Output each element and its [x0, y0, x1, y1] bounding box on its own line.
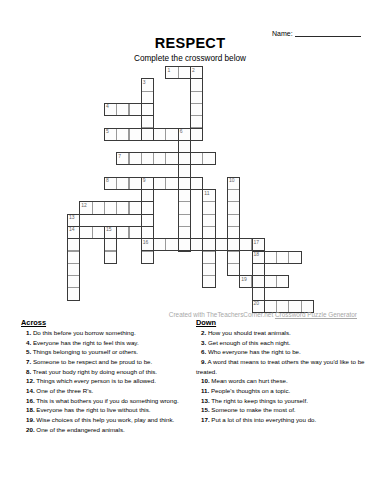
- clue-number: 1: [167, 68, 170, 73]
- grid-cell[interactable]: [202, 263, 215, 276]
- crossword-grid: 1234567891011121314151617181920: [67, 66, 314, 313]
- grid-cell[interactable]: [288, 251, 301, 264]
- grid-cell[interactable]: 18: [252, 251, 265, 264]
- grid-cell[interactable]: [67, 251, 80, 264]
- down-clue: 13. The right to keep things to yourself…: [196, 396, 379, 406]
- page-subtitle: Complete the crossword below: [67, 54, 313, 63]
- grid-cell[interactable]: [276, 275, 289, 288]
- grid-cell[interactable]: [178, 152, 191, 165]
- clue-number: 12: [81, 203, 87, 208]
- grid-cell[interactable]: [153, 152, 166, 165]
- grid-cell[interactable]: 5: [104, 128, 117, 141]
- clue-number: 2: [192, 68, 195, 73]
- grid-cell[interactable]: [141, 115, 154, 128]
- grid-cell[interactable]: [202, 214, 215, 227]
- grid-cell[interactable]: [129, 177, 142, 190]
- grid-cell[interactable]: [190, 115, 203, 128]
- grid-cell[interactable]: [252, 263, 265, 276]
- clue-number: 3: [143, 80, 146, 85]
- down-clue: 6. Who everyone has the right to be.: [196, 347, 379, 357]
- clue-number: 7: [118, 154, 121, 159]
- grid-cell[interactable]: [141, 91, 154, 104]
- grid-cell[interactable]: [153, 128, 166, 141]
- grid-cell[interactable]: [67, 263, 80, 276]
- grid-cell[interactable]: [92, 201, 105, 214]
- across-clue: 7. Someone to be respect and be proud to…: [21, 357, 195, 367]
- grid-cell[interactable]: 4: [104, 103, 117, 116]
- grid-cell[interactable]: [202, 152, 215, 165]
- clue-number: 17: [254, 240, 260, 245]
- grid-cell[interactable]: [178, 226, 191, 239]
- down-clues-section: Down 2. How you should treat animals.3. …: [196, 318, 379, 425]
- grid-cell[interactable]: [190, 103, 203, 116]
- grid-cell[interactable]: [116, 226, 129, 239]
- grid-cell[interactable]: [104, 251, 117, 264]
- clue-number: 6: [180, 129, 183, 134]
- grid-cell[interactable]: [227, 214, 240, 227]
- grid-cell[interactable]: [129, 152, 142, 165]
- grid-cell[interactable]: [67, 238, 80, 251]
- grid-cell[interactable]: [178, 214, 191, 227]
- grid-cell[interactable]: [227, 238, 240, 251]
- grid-cell[interactable]: [178, 238, 191, 251]
- across-clue: 8. Treat your body right by doing enough…: [21, 367, 195, 377]
- grid-cell[interactable]: [178, 201, 191, 214]
- grid-cell[interactable]: [276, 251, 289, 264]
- across-clue: 16. This is what bothers you if you do s…: [21, 396, 195, 406]
- grid-cell[interactable]: [92, 226, 105, 239]
- grid-cell[interactable]: [165, 238, 178, 251]
- grid-cell[interactable]: [202, 251, 215, 264]
- grid-cell[interactable]: [178, 189, 191, 202]
- grid-cell[interactable]: [165, 152, 178, 165]
- across-clue-list: 1. Do this before you borrow something.4…: [21, 328, 195, 434]
- down-clue: 9. A word that means to treat others the…: [196, 357, 379, 376]
- grid-cell[interactable]: [227, 226, 240, 239]
- grid-cell[interactable]: [165, 128, 178, 141]
- grid-cell[interactable]: 11: [202, 189, 215, 202]
- grid-cell[interactable]: [202, 238, 215, 251]
- grid-cell[interactable]: 19: [239, 275, 252, 288]
- grid-cell[interactable]: [190, 78, 203, 91]
- grid-cell[interactable]: [239, 238, 252, 251]
- grid-cell[interactable]: [264, 275, 277, 288]
- grid-cell[interactable]: 2: [190, 66, 203, 79]
- grid-cell[interactable]: [104, 238, 117, 251]
- grid-cell[interactable]: [67, 287, 80, 300]
- grid-cell[interactable]: [252, 287, 265, 300]
- grid-cell[interactable]: [178, 140, 191, 153]
- down-clue: 10. Mean words can hurt these.: [196, 376, 379, 386]
- grid-cell[interactable]: 12: [79, 201, 92, 214]
- across-clue: 18. Everyone has the right to live witho…: [21, 405, 195, 415]
- clue-number: 5: [106, 129, 109, 134]
- attribution: Created with TheTeachersCorner.net Cross…: [0, 311, 357, 318]
- grid-cell[interactable]: [141, 128, 154, 141]
- grid-cell[interactable]: 15: [104, 226, 117, 239]
- clue-number: 20: [254, 301, 260, 306]
- grid-cell[interactable]: 10: [227, 177, 240, 190]
- down-heading: Down: [196, 318, 379, 327]
- clue-number: 18: [254, 252, 260, 257]
- grid-cell[interactable]: [141, 103, 154, 116]
- grid-cell[interactable]: [116, 177, 129, 190]
- across-clue: 1. Do this before you borrow something.: [21, 328, 195, 338]
- grid-cell[interactable]: [190, 91, 203, 104]
- clue-number: 13: [69, 215, 75, 220]
- grid-cell[interactable]: [264, 251, 277, 264]
- across-clue: 12. Things which every person is to be a…: [21, 376, 195, 386]
- grid-cell[interactable]: [67, 275, 80, 288]
- grid-cell[interactable]: 7: [116, 152, 129, 165]
- grid-cell[interactable]: [227, 189, 240, 202]
- clue-number: 10: [229, 178, 235, 183]
- grid-cell[interactable]: 3: [141, 78, 154, 91]
- grid-cell[interactable]: 14: [67, 226, 80, 239]
- grid-cell[interactable]: [141, 251, 154, 264]
- clue-number: 8: [106, 178, 109, 183]
- grid-cell[interactable]: [165, 177, 178, 190]
- clue-number: 16: [143, 240, 149, 245]
- grid-cell[interactable]: [141, 226, 154, 239]
- grid-cell[interactable]: [227, 263, 240, 276]
- grid-cell[interactable]: [202, 275, 215, 288]
- clue-number: 19: [241, 277, 247, 282]
- grid-cell[interactable]: [141, 201, 154, 214]
- grid-cell[interactable]: [153, 238, 166, 251]
- grid-cell[interactable]: [129, 201, 142, 214]
- generator-link[interactable]: Crossword Puzzle Generator: [275, 311, 357, 318]
- grid-cell[interactable]: [190, 238, 203, 251]
- grid-cell[interactable]: [153, 177, 166, 190]
- down-clue-list: 2. How you should treat animals.3. Get e…: [196, 328, 379, 425]
- grid-cell[interactable]: [178, 66, 191, 79]
- clue-number: 15: [106, 227, 112, 232]
- page-title: RESPECT: [67, 35, 313, 51]
- grid-cell[interactable]: 8: [104, 177, 117, 190]
- grid-cell[interactable]: 1: [165, 66, 178, 79]
- grid-cell[interactable]: [129, 128, 142, 141]
- grid-cell[interactable]: 13: [67, 214, 80, 227]
- grid-cell[interactable]: [129, 226, 142, 239]
- grid-cell[interactable]: 9: [141, 177, 154, 190]
- across-clue: 14. One of the three R's.: [21, 386, 195, 396]
- clue-number: 14: [69, 227, 75, 232]
- clue-number: 9: [143, 178, 146, 183]
- attribution-text: Created with TheTeachersCorner.net: [169, 311, 275, 318]
- clue-number: 4: [106, 104, 109, 109]
- grid-cell[interactable]: [215, 238, 228, 251]
- grid-cell[interactable]: [227, 201, 240, 214]
- down-clue: 11. People's thoughts on a topic.: [196, 386, 379, 396]
- grid-cell[interactable]: [178, 177, 191, 190]
- grid-cell[interactable]: [79, 226, 92, 239]
- grid-cell[interactable]: [116, 103, 129, 116]
- grid-cell[interactable]: [190, 128, 203, 141]
- down-clue: 15. Someone to make the most of.: [196, 405, 379, 415]
- grid-cell[interactable]: [141, 189, 154, 202]
- grid-cell[interactable]: [129, 103, 142, 116]
- across-clues-section: Across 1. Do this before you borrow some…: [21, 318, 195, 434]
- across-heading: Across: [21, 318, 195, 327]
- grid-cell[interactable]: [252, 275, 265, 288]
- grid-cell[interactable]: [202, 201, 215, 214]
- across-clue: 4. Everyone has the right to feel this w…: [21, 338, 195, 348]
- grid-cell[interactable]: [202, 226, 215, 239]
- grid-cell[interactable]: [116, 201, 129, 214]
- down-clue: 2. How you should treat animals.: [196, 328, 379, 338]
- grid-cell[interactable]: [141, 152, 154, 165]
- grid-cell[interactable]: [178, 164, 191, 177]
- grid-cell[interactable]: [227, 251, 240, 264]
- grid-cell[interactable]: [141, 214, 154, 227]
- across-clue: 19. Wise choices of this help you work, …: [21, 415, 195, 425]
- grid-cell[interactable]: [190, 152, 203, 165]
- down-clue: 3. Get enough of this each night.: [196, 338, 379, 348]
- grid-cell[interactable]: [104, 201, 117, 214]
- grid-cell[interactable]: [116, 128, 129, 141]
- grid-cell[interactable]: [190, 177, 203, 190]
- grid-cell[interactable]: 6: [178, 128, 191, 141]
- across-clue: 5. Things belonging to yourself or other…: [21, 347, 195, 357]
- across-clue: 20. One of the endangered animals.: [21, 425, 195, 435]
- down-clue: 17. Put a lot of this into everything yo…: [196, 415, 379, 425]
- grid-cell[interactable]: 17: [252, 238, 265, 251]
- grid-cell[interactable]: 16: [141, 238, 154, 251]
- clue-number: 11: [204, 191, 209, 196]
